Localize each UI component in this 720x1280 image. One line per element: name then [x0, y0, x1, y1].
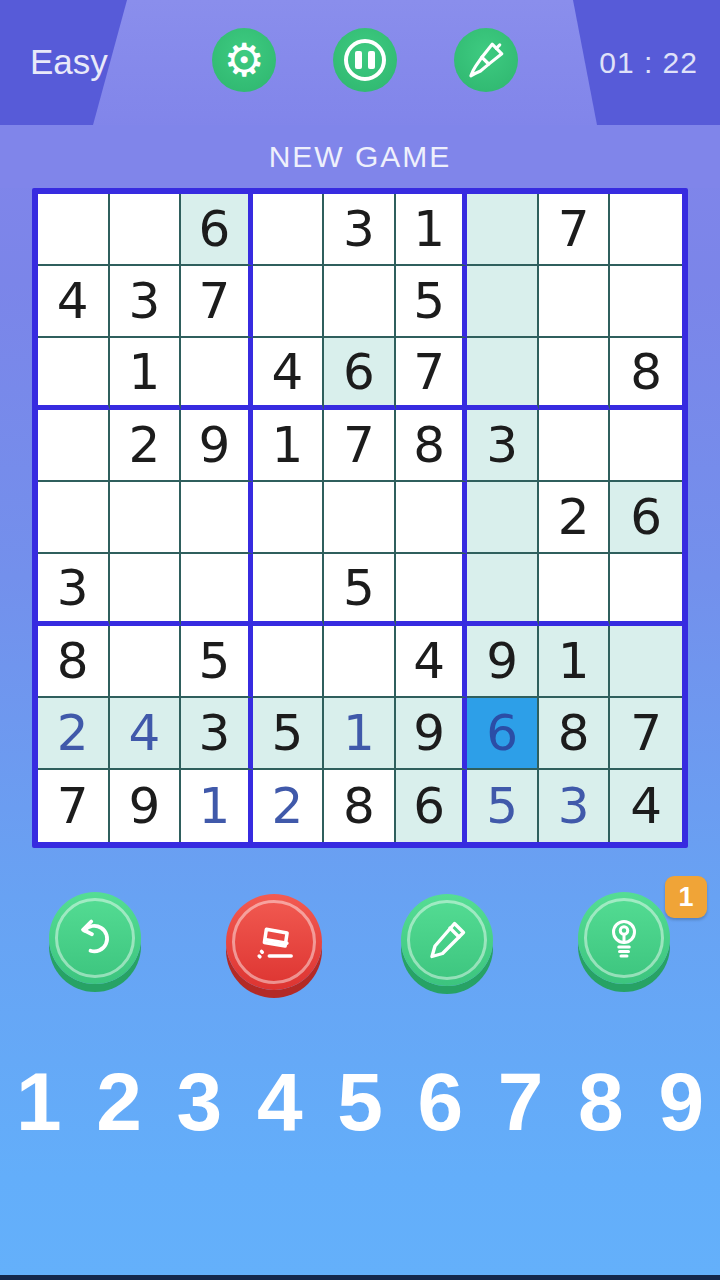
cell-r9c4[interactable]: 2	[253, 770, 325, 842]
numpad-digit-5[interactable]: 5	[337, 1061, 383, 1143]
cell-r9c3[interactable]: 1	[181, 770, 253, 842]
cell-r8c4[interactable]: 5	[253, 698, 325, 770]
numpad-digit-4[interactable]: 4	[257, 1061, 303, 1143]
pencil-icon	[423, 916, 471, 964]
cell-r5c7[interactable]	[467, 482, 539, 554]
cell-r2c5[interactable]	[324, 266, 396, 338]
cell-r1c5[interactable]: 3	[324, 194, 396, 266]
cell-r9c9[interactable]: 4	[610, 770, 682, 842]
cell-r1c3[interactable]: 6	[181, 194, 253, 266]
numpad-digit-7[interactable]: 7	[498, 1061, 544, 1143]
cell-r7c1[interactable]: 8	[38, 626, 110, 698]
cell-r2c6[interactable]: 5	[396, 266, 468, 338]
cell-r8c8[interactable]: 8	[539, 698, 611, 770]
numpad-digit-8[interactable]: 8	[578, 1061, 624, 1143]
cell-r7c8[interactable]: 1	[539, 626, 611, 698]
cell-r9c8[interactable]: 3	[539, 770, 611, 842]
cell-r3c3[interactable]	[181, 338, 253, 410]
paint-brush-icon	[464, 38, 508, 82]
cell-r1c1[interactable]	[38, 194, 110, 266]
cell-r8c3[interactable]: 3	[181, 698, 253, 770]
cell-r1c2[interactable]	[110, 194, 182, 266]
cell-r5c1[interactable]	[38, 482, 110, 554]
cell-r4c1[interactable]	[38, 410, 110, 482]
cell-r3c5[interactable]: 6	[324, 338, 396, 410]
cell-r5c2[interactable]	[110, 482, 182, 554]
cell-r4c3[interactable]: 9	[181, 410, 253, 482]
pause-button[interactable]	[333, 28, 397, 92]
eraser-icon	[249, 917, 299, 967]
pause-icon	[344, 39, 386, 81]
undo-button[interactable]	[49, 892, 141, 984]
cell-r7c5[interactable]	[324, 626, 396, 698]
cell-r6c4[interactable]	[253, 554, 325, 626]
hint-count-badge: 1	[665, 876, 707, 918]
cell-r9c5[interactable]: 8	[324, 770, 396, 842]
bottom-bar	[0, 1275, 720, 1280]
header: Easy 01 : 22 ⚙	[0, 0, 720, 125]
cell-r8c1[interactable]: 2	[38, 698, 110, 770]
cell-r5c6[interactable]	[396, 482, 468, 554]
cell-r2c4[interactable]	[253, 266, 325, 338]
cell-r6c5[interactable]: 5	[324, 554, 396, 626]
hint-button[interactable]	[578, 892, 670, 984]
cell-r7c4[interactable]	[253, 626, 325, 698]
cell-r6c8[interactable]	[539, 554, 611, 626]
cell-r4c4[interactable]: 1	[253, 410, 325, 482]
erase-button[interactable]	[226, 894, 322, 990]
cell-r1c9[interactable]	[610, 194, 682, 266]
banner: NEW GAME	[0, 125, 720, 188]
cell-r6c1[interactable]: 3	[38, 554, 110, 626]
cell-r6c7[interactable]	[467, 554, 539, 626]
cell-r2c8[interactable]	[539, 266, 611, 338]
cell-r7c6[interactable]: 4	[396, 626, 468, 698]
cell-r7c3[interactable]: 5	[181, 626, 253, 698]
cell-r3c6[interactable]: 7	[396, 338, 468, 410]
number-pad: 123456789	[0, 1042, 720, 1162]
numpad-digit-1[interactable]: 1	[16, 1061, 62, 1143]
settings-button[interactable]: ⚙	[212, 28, 276, 92]
cell-r8c2[interactable]: 4	[110, 698, 182, 770]
cell-r1c4[interactable]	[253, 194, 325, 266]
cell-r6c2[interactable]	[110, 554, 182, 626]
cell-r8c6[interactable]: 9	[396, 698, 468, 770]
cell-r4c9[interactable]	[610, 410, 682, 482]
numpad-digit-3[interactable]: 3	[177, 1061, 223, 1143]
cell-r4c8[interactable]	[539, 410, 611, 482]
banner-title: NEW GAME	[269, 140, 452, 174]
cell-r1c6[interactable]: 1	[396, 194, 468, 266]
numpad-digit-6[interactable]: 6	[417, 1061, 463, 1143]
cell-r1c7[interactable]	[467, 194, 539, 266]
light-bulb-icon	[600, 914, 648, 962]
cell-r2c2[interactable]: 3	[110, 266, 182, 338]
cell-r5c5[interactable]	[324, 482, 396, 554]
cell-r3c2[interactable]: 1	[110, 338, 182, 410]
cell-r3c1[interactable]	[38, 338, 110, 410]
cell-r9c7[interactable]: 5	[467, 770, 539, 842]
cell-r6c6[interactable]	[396, 554, 468, 626]
cell-r3c4[interactable]: 4	[253, 338, 325, 410]
notes-button[interactable]	[401, 894, 493, 986]
cell-r2c3[interactable]: 7	[181, 266, 253, 338]
cell-r1c8[interactable]: 7	[539, 194, 611, 266]
cell-r4c7[interactable]: 3	[467, 410, 539, 482]
cell-r7c2[interactable]	[110, 626, 182, 698]
cell-r4c6[interactable]: 8	[396, 410, 468, 482]
cell-r2c9[interactable]	[610, 266, 682, 338]
cell-r4c5[interactable]: 7	[324, 410, 396, 482]
cell-r3c7[interactable]	[467, 338, 539, 410]
difficulty-label: Easy	[30, 42, 108, 82]
cell-r5c9[interactable]: 6	[610, 482, 682, 554]
cell-r7c9[interactable]	[610, 626, 682, 698]
cell-r3c8[interactable]	[539, 338, 611, 410]
cell-r2c7[interactable]	[467, 266, 539, 338]
theme-button[interactable]	[454, 28, 518, 92]
cell-r9c2[interactable]: 9	[110, 770, 182, 842]
cell-r6c3[interactable]	[181, 554, 253, 626]
cell-r9c1[interactable]: 7	[38, 770, 110, 842]
cell-r4c2[interactable]: 2	[110, 410, 182, 482]
undo-arrow-icon	[71, 914, 119, 962]
cell-r6c9[interactable]	[610, 554, 682, 626]
cell-r5c3[interactable]	[181, 482, 253, 554]
sudoku-board: 6317437514678291783263585491243519687791…	[32, 188, 688, 848]
cell-r5c4[interactable]	[253, 482, 325, 554]
cell-r5c8[interactable]: 2	[539, 482, 611, 554]
numpad-digit-9[interactable]: 9	[658, 1061, 704, 1143]
cell-r8c9[interactable]: 7	[610, 698, 682, 770]
cell-r7c7[interactable]: 9	[467, 626, 539, 698]
cell-r8c5[interactable]: 1	[324, 698, 396, 770]
cell-r9c6[interactable]: 6	[396, 770, 468, 842]
cell-r2c1[interactable]: 4	[38, 266, 110, 338]
cell-r8c7[interactable]: 6	[467, 698, 539, 770]
numpad-digit-2[interactable]: 2	[96, 1061, 142, 1143]
gear-icon: ⚙	[223, 37, 264, 83]
timer: 01 : 22	[599, 46, 698, 80]
cell-r3c9[interactable]: 8	[610, 338, 682, 410]
